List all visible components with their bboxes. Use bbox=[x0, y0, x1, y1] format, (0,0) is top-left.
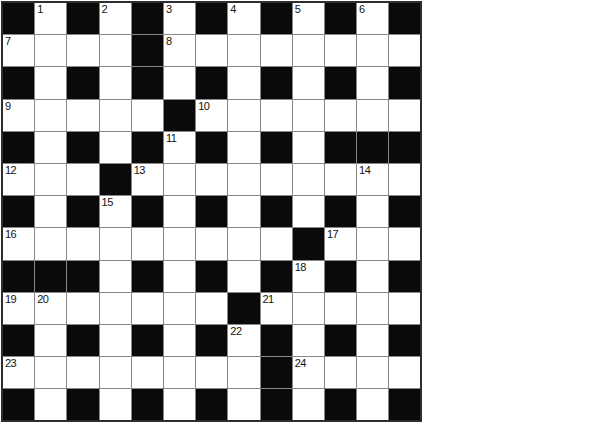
cell-r7c8[interactable] bbox=[228, 196, 259, 227]
cell-r4c9[interactable] bbox=[261, 100, 292, 131]
cell-r11c2[interactable] bbox=[35, 325, 66, 356]
clue-number-2: 2 bbox=[102, 4, 108, 16]
clue-number-14: 14 bbox=[359, 165, 370, 177]
cell-r6c4 bbox=[100, 164, 131, 195]
clue-number-16: 16 bbox=[5, 229, 16, 241]
clue-number-10: 10 bbox=[198, 101, 209, 113]
cell-r8c4[interactable] bbox=[100, 228, 131, 259]
cell-r11c1 bbox=[3, 325, 34, 356]
cell-r4c3[interactable] bbox=[67, 100, 98, 131]
cell-r11c5 bbox=[132, 325, 163, 356]
cell-r11c13 bbox=[389, 325, 420, 356]
cell-r2c2[interactable] bbox=[35, 35, 66, 66]
clue-number-3: 3 bbox=[166, 4, 172, 16]
cell-r7c11 bbox=[325, 196, 356, 227]
cell-r11c4[interactable] bbox=[100, 325, 131, 356]
clue-number-20: 20 bbox=[37, 294, 48, 306]
cell-r7c6[interactable] bbox=[164, 196, 195, 227]
clue-number-19: 19 bbox=[5, 294, 16, 306]
cell-r2c1[interactable]: 7 bbox=[3, 35, 34, 66]
cell-r3c6[interactable] bbox=[164, 67, 195, 98]
cell-r9c7 bbox=[196, 261, 227, 292]
cell-r6c12[interactable]: 14 bbox=[357, 164, 388, 195]
cell-r1c1 bbox=[3, 3, 34, 34]
cell-r13c13 bbox=[389, 389, 420, 420]
cell-r4c13[interactable] bbox=[389, 100, 420, 131]
cell-r4c1[interactable]: 9 bbox=[3, 100, 34, 131]
cell-r12c11[interactable] bbox=[325, 357, 356, 388]
cell-r13c10[interactable] bbox=[293, 389, 324, 420]
cell-r8c8[interactable] bbox=[228, 228, 259, 259]
cell-r2c7[interactable] bbox=[196, 35, 227, 66]
cell-r10c3[interactable] bbox=[67, 293, 98, 324]
cell-r12c10[interactable]: 24 bbox=[293, 357, 324, 388]
cell-r10c9[interactable]: 21 bbox=[261, 293, 292, 324]
cell-r6c5[interactable]: 13 bbox=[132, 164, 163, 195]
cell-r7c2[interactable] bbox=[35, 196, 66, 227]
cell-r10c8 bbox=[228, 293, 259, 324]
cell-r10c2[interactable]: 20 bbox=[35, 293, 66, 324]
cell-r7c13 bbox=[389, 196, 420, 227]
clue-number-4: 4 bbox=[230, 4, 236, 16]
cell-r7c10[interactable] bbox=[293, 196, 324, 227]
cell-r8c11[interactable]: 17 bbox=[325, 228, 356, 259]
cell-r8c2[interactable] bbox=[35, 228, 66, 259]
cell-r2c3[interactable] bbox=[67, 35, 98, 66]
cell-r4c11[interactable] bbox=[325, 100, 356, 131]
cell-r8c5[interactable] bbox=[132, 228, 163, 259]
clue-number-24: 24 bbox=[295, 358, 306, 370]
cell-r3c11 bbox=[325, 67, 356, 98]
cell-r9c8[interactable] bbox=[228, 261, 259, 292]
clue-number-5: 5 bbox=[295, 4, 301, 16]
cell-r1c4[interactable]: 2 bbox=[100, 3, 131, 34]
cell-r9c6[interactable] bbox=[164, 261, 195, 292]
cell-r3c9 bbox=[261, 67, 292, 98]
cell-r5c13 bbox=[389, 132, 420, 163]
cell-r10c7[interactable] bbox=[196, 293, 227, 324]
cell-r3c12[interactable] bbox=[357, 67, 388, 98]
cell-r13c12[interactable] bbox=[357, 389, 388, 420]
cell-r9c5 bbox=[132, 261, 163, 292]
cell-r5c9 bbox=[261, 132, 292, 163]
cell-r9c3 bbox=[67, 261, 98, 292]
cell-r5c2[interactable] bbox=[35, 132, 66, 163]
clue-number-11: 11 bbox=[166, 133, 176, 145]
cell-r11c6[interactable] bbox=[164, 325, 195, 356]
cell-r2c5 bbox=[132, 35, 163, 66]
cell-r2c11[interactable] bbox=[325, 35, 356, 66]
cell-r4c7[interactable]: 10 bbox=[196, 100, 227, 131]
cell-r12c3[interactable] bbox=[67, 357, 98, 388]
clue-number-17: 17 bbox=[327, 229, 338, 241]
cell-r1c11 bbox=[325, 3, 356, 34]
cell-r3c3 bbox=[67, 67, 98, 98]
cell-r5c7 bbox=[196, 132, 227, 163]
cell-r7c12[interactable] bbox=[357, 196, 388, 227]
clue-number-21: 21 bbox=[263, 294, 274, 306]
cell-r6c10[interactable] bbox=[293, 164, 324, 195]
cell-r13c3 bbox=[67, 389, 98, 420]
cell-r13c11 bbox=[325, 389, 356, 420]
clue-number-9: 9 bbox=[5, 101, 11, 113]
cell-r7c3 bbox=[67, 196, 98, 227]
cell-r7c4[interactable]: 15 bbox=[100, 196, 131, 227]
clue-number-15: 15 bbox=[102, 197, 113, 209]
cell-r3c10[interactable] bbox=[293, 67, 324, 98]
cell-r5c8[interactable] bbox=[228, 132, 259, 163]
cell-r7c9 bbox=[261, 196, 292, 227]
page: 123456789101112131415161718192021222324 bbox=[0, 0, 601, 427]
cell-r6c1[interactable]: 12 bbox=[3, 164, 34, 195]
cell-r5c5 bbox=[132, 132, 163, 163]
cell-r11c11 bbox=[325, 325, 356, 356]
cell-r9c1 bbox=[3, 261, 34, 292]
cell-r5c6[interactable]: 11 bbox=[164, 132, 195, 163]
cell-r5c3 bbox=[67, 132, 98, 163]
cell-r12c7[interactable] bbox=[196, 357, 227, 388]
cell-r12c13[interactable] bbox=[389, 357, 420, 388]
cell-r9c2 bbox=[35, 261, 66, 292]
cell-r6c13[interactable] bbox=[389, 164, 420, 195]
clue-number-22: 22 bbox=[230, 326, 241, 338]
cell-r7c1 bbox=[3, 196, 34, 227]
cell-r3c4[interactable] bbox=[100, 67, 131, 98]
cell-r1c8[interactable]: 4 bbox=[228, 3, 259, 34]
cell-r2c8[interactable] bbox=[228, 35, 259, 66]
clue-number-12: 12 bbox=[5, 165, 16, 177]
cell-r7c7 bbox=[196, 196, 227, 227]
cell-r3c2[interactable] bbox=[35, 67, 66, 98]
cell-r1c6[interactable]: 3 bbox=[164, 3, 195, 34]
cell-r2c6[interactable]: 8 bbox=[164, 35, 195, 66]
cell-r4c8[interactable] bbox=[228, 100, 259, 131]
cell-r6c11[interactable] bbox=[325, 164, 356, 195]
cell-r10c5[interactable] bbox=[132, 293, 163, 324]
cell-r4c6 bbox=[164, 100, 195, 131]
clue-number-7: 7 bbox=[5, 36, 11, 48]
cell-r10c10[interactable] bbox=[293, 293, 324, 324]
cell-r9c10[interactable]: 18 bbox=[293, 261, 324, 292]
cell-r9c13 bbox=[389, 261, 420, 292]
cell-r12c8[interactable] bbox=[228, 357, 259, 388]
cell-r10c1[interactable]: 19 bbox=[3, 293, 34, 324]
cell-r5c11 bbox=[325, 132, 356, 163]
cell-r8c9[interactable] bbox=[261, 228, 292, 259]
cell-r2c9[interactable] bbox=[261, 35, 292, 66]
cell-r13c4[interactable] bbox=[100, 389, 131, 420]
cell-r4c5[interactable] bbox=[132, 100, 163, 131]
cell-r9c4[interactable] bbox=[100, 261, 131, 292]
cell-r1c7 bbox=[196, 3, 227, 34]
cell-r5c4[interactable] bbox=[100, 132, 131, 163]
cell-r4c10[interactable] bbox=[293, 100, 324, 131]
cell-r1c9 bbox=[261, 3, 292, 34]
cell-r2c10[interactable] bbox=[293, 35, 324, 66]
cell-r10c13[interactable] bbox=[389, 293, 420, 324]
cell-r5c10[interactable] bbox=[293, 132, 324, 163]
clue-number-1: 1 bbox=[37, 4, 43, 16]
cell-r11c3 bbox=[67, 325, 98, 356]
cell-r2c12[interactable] bbox=[357, 35, 388, 66]
cell-r5c1 bbox=[3, 132, 34, 163]
cell-r11c12[interactable] bbox=[357, 325, 388, 356]
cell-r10c11[interactable] bbox=[325, 293, 356, 324]
cell-r10c4[interactable] bbox=[100, 293, 131, 324]
cell-r12c4[interactable] bbox=[100, 357, 131, 388]
cell-r8c10 bbox=[293, 228, 324, 259]
clue-number-18: 18 bbox=[295, 262, 306, 274]
clue-number-6: 6 bbox=[359, 4, 365, 16]
cell-r8c6[interactable] bbox=[164, 228, 195, 259]
cell-r12c9 bbox=[261, 357, 292, 388]
cell-r2c13[interactable] bbox=[389, 35, 420, 66]
cell-r13c8[interactable] bbox=[228, 389, 259, 420]
cell-r13c5 bbox=[132, 389, 163, 420]
cell-r12c6[interactable] bbox=[164, 357, 195, 388]
cell-r3c13 bbox=[389, 67, 420, 98]
cell-r13c6[interactable] bbox=[164, 389, 195, 420]
cell-r13c7 bbox=[196, 389, 227, 420]
cell-r3c7 bbox=[196, 67, 227, 98]
cell-r6c2[interactable] bbox=[35, 164, 66, 195]
clue-number-8: 8 bbox=[166, 36, 172, 48]
cell-r8c3[interactable] bbox=[67, 228, 98, 259]
cell-r8c7[interactable] bbox=[196, 228, 227, 259]
cell-r1c3 bbox=[67, 3, 98, 34]
cell-r1c10[interactable]: 5 bbox=[293, 3, 324, 34]
cell-r1c12[interactable]: 6 bbox=[357, 3, 388, 34]
cell-r9c9 bbox=[261, 261, 292, 292]
cell-r9c12[interactable] bbox=[357, 261, 388, 292]
cell-r7c5 bbox=[132, 196, 163, 227]
cell-r13c2[interactable] bbox=[35, 389, 66, 420]
clue-number-23: 23 bbox=[5, 358, 16, 370]
cell-r13c1 bbox=[3, 389, 34, 420]
cell-r8c13[interactable] bbox=[389, 228, 420, 259]
clue-number-13: 13 bbox=[134, 165, 145, 177]
cell-r8c1[interactable]: 16 bbox=[3, 228, 34, 259]
cell-r4c2[interactable] bbox=[35, 100, 66, 131]
cell-r8c12[interactable] bbox=[357, 228, 388, 259]
cell-r6c7[interactable] bbox=[196, 164, 227, 195]
cell-r6c6[interactable] bbox=[164, 164, 195, 195]
cell-r3c5 bbox=[132, 67, 163, 98]
cell-r11c7 bbox=[196, 325, 227, 356]
cell-r4c12[interactable] bbox=[357, 100, 388, 131]
cell-r5c12 bbox=[357, 132, 388, 163]
cell-r6c8[interactable] bbox=[228, 164, 259, 195]
cell-r1c2[interactable]: 1 bbox=[35, 3, 66, 34]
cell-r13c9 bbox=[261, 389, 292, 420]
cell-r11c10[interactable] bbox=[293, 325, 324, 356]
cell-r2c4[interactable] bbox=[100, 35, 131, 66]
cell-r10c6[interactable] bbox=[164, 293, 195, 324]
cell-r12c12[interactable] bbox=[357, 357, 388, 388]
cell-r11c8[interactable]: 22 bbox=[228, 325, 259, 356]
cell-r4c4[interactable] bbox=[100, 100, 131, 131]
cell-r6c9[interactable] bbox=[261, 164, 292, 195]
cell-r1c5 bbox=[132, 3, 163, 34]
cell-r12c5[interactable] bbox=[132, 357, 163, 388]
cell-r11c9 bbox=[261, 325, 292, 356]
cell-r1c13 bbox=[389, 3, 420, 34]
cell-r12c2[interactable] bbox=[35, 357, 66, 388]
cell-r10c12[interactable] bbox=[357, 293, 388, 324]
crossword-grid: 123456789101112131415161718192021222324 bbox=[1, 1, 422, 422]
cell-r9c11 bbox=[325, 261, 356, 292]
cell-r6c3[interactable] bbox=[67, 164, 98, 195]
cell-r3c1 bbox=[3, 67, 34, 98]
cell-r3c8[interactable] bbox=[228, 67, 259, 98]
cell-r12c1[interactable]: 23 bbox=[3, 357, 34, 388]
